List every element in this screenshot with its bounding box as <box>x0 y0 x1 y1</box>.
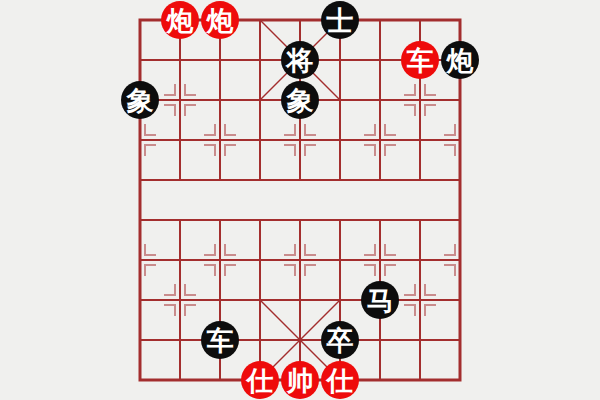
intersection-8-6[interactable] <box>440 240 480 280</box>
piece-red-king[interactable]: 帅 <box>281 361 319 399</box>
intersection-5-2[interactable] <box>320 80 360 120</box>
intersection-3-7[interactable] <box>240 280 280 320</box>
piece-black-horse-1[interactable]: 马 <box>361 281 399 319</box>
intersection-0-5[interactable] <box>120 200 160 240</box>
intersection-2-2[interactable] <box>200 80 240 120</box>
intersection-4-0[interactable] <box>280 0 320 40</box>
intersection-8-2[interactable] <box>440 80 480 120</box>
intersection-7-6[interactable] <box>400 240 440 280</box>
piece-red-advisor-2[interactable]: 仕 <box>321 361 359 399</box>
intersection-0-1[interactable] <box>120 40 160 80</box>
intersection-1-3[interactable] <box>160 120 200 160</box>
intersection-7-2[interactable] <box>400 80 440 120</box>
intersection-4-4[interactable] <box>280 160 320 200</box>
intersection-3-4[interactable] <box>240 160 280 200</box>
intersection-8-5[interactable] <box>440 200 480 240</box>
piece-red-cannon-1[interactable]: 炮 <box>161 1 199 39</box>
intersection-6-3[interactable] <box>360 120 400 160</box>
intersection-6-8[interactable] <box>360 320 400 360</box>
intersection-3-0[interactable] <box>240 0 280 40</box>
intersection-5-3[interactable] <box>320 120 360 160</box>
piece-black-king[interactable]: 将 <box>281 41 319 79</box>
intersection-2-3[interactable] <box>200 120 240 160</box>
intersection-2-9[interactable] <box>200 360 240 400</box>
intersection-7-3[interactable] <box>400 120 440 160</box>
intersection-0-7[interactable] <box>120 280 160 320</box>
intersection-7-9[interactable] <box>400 360 440 400</box>
intersection-2-7[interactable] <box>200 280 240 320</box>
intersection-6-2[interactable] <box>360 80 400 120</box>
intersection-1-1[interactable] <box>160 40 200 80</box>
intersection-0-8[interactable] <box>120 320 160 360</box>
intersection-2-5[interactable] <box>200 200 240 240</box>
intersection-0-3[interactable] <box>120 120 160 160</box>
intersection-8-7[interactable] <box>440 280 480 320</box>
intersection-6-5[interactable] <box>360 200 400 240</box>
intersection-5-1[interactable] <box>320 40 360 80</box>
piece-red-advisor-1[interactable]: 仕 <box>241 361 279 399</box>
intersection-3-1[interactable] <box>240 40 280 80</box>
xiangqi-board-screenshot: 炮炮士将车炮象象马车卒仕帅仕 <box>0 0 600 400</box>
intersection-0-0[interactable] <box>120 0 160 40</box>
intersection-2-1[interactable] <box>200 40 240 80</box>
intersection-4-3[interactable] <box>280 120 320 160</box>
intersection-5-7[interactable] <box>320 280 360 320</box>
intersection-0-4[interactable] <box>120 160 160 200</box>
intersection-1-6[interactable] <box>160 240 200 280</box>
piece-black-rook-1[interactable]: 车 <box>201 321 239 359</box>
piece-red-rook-1[interactable]: 车 <box>401 41 439 79</box>
intersection-5-5[interactable] <box>320 200 360 240</box>
piece-black-pawn-1[interactable]: 卒 <box>321 321 359 359</box>
intersection-7-7[interactable] <box>400 280 440 320</box>
intersection-8-3[interactable] <box>440 120 480 160</box>
intersection-8-4[interactable] <box>440 160 480 200</box>
intersection-6-1[interactable] <box>360 40 400 80</box>
piece-black-advisor-1[interactable]: 士 <box>321 1 359 39</box>
intersection-3-3[interactable] <box>240 120 280 160</box>
intersection-3-5[interactable] <box>240 200 280 240</box>
intersection-5-6[interactable] <box>320 240 360 280</box>
intersection-4-8[interactable] <box>280 320 320 360</box>
intersection-0-9[interactable] <box>120 360 160 400</box>
intersection-1-5[interactable] <box>160 200 200 240</box>
piece-black-elephant-2[interactable]: 象 <box>281 81 319 119</box>
intersection-3-8[interactable] <box>240 320 280 360</box>
piece-red-cannon-2[interactable]: 炮 <box>201 1 239 39</box>
intersection-1-2[interactable] <box>160 80 200 120</box>
intersection-6-4[interactable] <box>360 160 400 200</box>
intersection-3-2[interactable] <box>240 80 280 120</box>
intersection-5-4[interactable] <box>320 160 360 200</box>
intersection-7-5[interactable] <box>400 200 440 240</box>
intersection-3-6[interactable] <box>240 240 280 280</box>
intersection-8-8[interactable] <box>440 320 480 360</box>
intersection-0-6[interactable] <box>120 240 160 280</box>
intersection-1-8[interactable] <box>160 320 200 360</box>
intersection-8-0[interactable] <box>440 0 480 40</box>
piece-black-cannon-1[interactable]: 炮 <box>441 41 479 79</box>
intersection-1-4[interactable] <box>160 160 200 200</box>
piece-black-elephant-1[interactable]: 象 <box>121 81 159 119</box>
intersection-8-9[interactable] <box>440 360 480 400</box>
intersection-7-0[interactable] <box>400 0 440 40</box>
intersection-6-9[interactable] <box>360 360 400 400</box>
intersection-4-5[interactable] <box>280 200 320 240</box>
intersection-1-7[interactable] <box>160 280 200 320</box>
intersection-2-6[interactable] <box>200 240 240 280</box>
intersection-2-4[interactable] <box>200 160 240 200</box>
intersection-4-6[interactable] <box>280 240 320 280</box>
intersection-1-9[interactable] <box>160 360 200 400</box>
intersection-7-4[interactable] <box>400 160 440 200</box>
intersection-4-7[interactable] <box>280 280 320 320</box>
intersection-7-8[interactable] <box>400 320 440 360</box>
intersection-6-0[interactable] <box>360 0 400 40</box>
intersection-6-6[interactable] <box>360 240 400 280</box>
